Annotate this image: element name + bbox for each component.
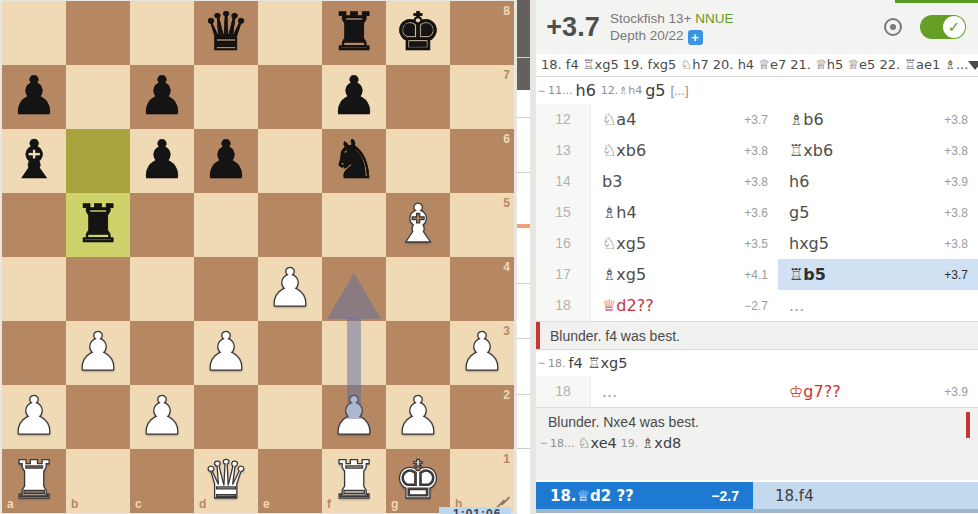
gauge-tick — [517, 283, 530, 284]
white-pawn-g2[interactable]: ♟ — [386, 385, 450, 449]
white-move-cell[interactable]: ♗h4+3.6 — [591, 197, 778, 228]
square-e8[interactable] — [258, 1, 322, 65]
square-c3[interactable] — [130, 321, 194, 385]
white-move-cell[interactable]: ♗xg5+4.1 — [591, 259, 778, 290]
variation-line-1[interactable]: − 18. f4 ♖xg5 — [536, 350, 978, 376]
square-e5[interactable] — [258, 193, 322, 257]
eval-gauge — [517, 0, 530, 514]
blunder-comment-text: Blunder. Nxe4 was best. — [536, 408, 978, 430]
square-h4[interactable] — [450, 257, 514, 321]
blunder-marker-bar-right — [966, 412, 970, 438]
square-a5[interactable] — [2, 193, 66, 257]
gauge-tick — [517, 448, 530, 449]
square-h2[interactable] — [450, 385, 514, 449]
gauge-tick — [517, 57, 530, 58]
gauge-tick — [517, 338, 530, 339]
move-number: 18 — [536, 376, 591, 407]
black-move-cell-blunder[interactable]: ♔g7??+3.9 — [778, 376, 978, 407]
solve-bar: 18.♕d2 ?? −2.7 18.f4 — [536, 482, 978, 513]
summary-move[interactable]: h6 — [576, 81, 596, 100]
square-e7[interactable] — [258, 65, 322, 129]
square-f4[interactable] — [322, 257, 386, 321]
white-pawn-b3[interactable]: ♟ — [66, 321, 130, 385]
summary-move-prefix: 11... — [548, 84, 573, 97]
white-queen-d1[interactable]: ♛ — [194, 449, 258, 513]
square-c5[interactable] — [130, 193, 194, 257]
engine-info: Stockfish 13+ NNUE Depth 20/22+ — [610, 10, 733, 45]
move-number: 14 — [536, 166, 591, 197]
toggle-knob-check-icon: ✓ — [943, 16, 965, 38]
white-pawn-c2[interactable]: ♟ — [130, 385, 194, 449]
square-h7[interactable] — [450, 65, 514, 129]
white-pawn-e4[interactable]: ♟ — [258, 257, 322, 321]
black-pawn-f7[interactable]: ♟ — [322, 65, 386, 129]
collapse-marker: − — [538, 356, 545, 370]
engine-toggle[interactable]: ✓ — [920, 15, 966, 39]
square-a8[interactable] — [2, 1, 66, 65]
black-pawn-c7[interactable]: ♟ — [130, 65, 194, 129]
variation-line-2[interactable]: − 18... ♘xe4 19. ♗xd8 — [536, 430, 978, 456]
black-move-cell[interactable]: ♗b6+3.8 — [778, 104, 978, 135]
white-bishop-g5[interactable]: ♝ — [386, 193, 450, 257]
summary-move-prefix: 12.♗h4 — [601, 84, 642, 97]
square-d7[interactable] — [194, 65, 258, 129]
black-bishop-a6[interactable]: ♝ — [2, 129, 66, 193]
square-b6[interactable] — [66, 129, 130, 193]
square-g3[interactable] — [386, 321, 450, 385]
square-b2[interactable] — [66, 385, 130, 449]
black-king-g8[interactable]: ♚ — [386, 1, 450, 65]
engine-name: Stockfish 13+ — [610, 11, 691, 26]
nnue-label: NNUE — [695, 11, 733, 26]
black-move-cell[interactable]: g5+3.8 — [778, 197, 978, 228]
white-move-cell-blunder[interactable]: ♕d2??−2.7 — [591, 290, 778, 321]
square-a3[interactable] — [2, 321, 66, 385]
square-b4[interactable] — [66, 257, 130, 321]
white-move-cell[interactable]: ♘xg5+3.5 — [591, 228, 778, 259]
add-line-button[interactable]: + — [688, 30, 703, 45]
square-h5[interactable] — [450, 193, 514, 257]
move-row-18-black: 18 ... ♔g7??+3.9 — [536, 376, 978, 407]
white-pawn-h3[interactable]: ♟ — [450, 321, 514, 385]
square-c4[interactable] — [130, 257, 194, 321]
square-e6[interactable] — [258, 129, 322, 193]
engine-progress-bar — [895, 0, 978, 3]
black-move-cell[interactable]: hxg5+3.8 — [778, 228, 978, 259]
square-e1[interactable] — [258, 449, 322, 513]
black-knight-f6[interactable]: ♞ — [322, 129, 386, 193]
expand-caret-icon[interactable] — [968, 61, 978, 70]
analysis-panel: +3.7 Stockfish 13+ NNUE Depth 20/22+ ✓ 1… — [536, 0, 978, 514]
black-move-cell[interactable]: ... — [778, 290, 978, 321]
blunder-comment-black: Blunder. Nxe4 was best. − 18... ♘xe4 19.… — [536, 407, 978, 480]
square-f3[interactable] — [322, 321, 386, 385]
square-g7[interactable] — [386, 65, 450, 129]
square-g6[interactable] — [386, 129, 450, 193]
engine-best-line[interactable]: 18. f4 ♖xg5 19. fxg5 ♘h7 20. h4 ♕e7 21. … — [536, 54, 978, 77]
square-b7[interactable] — [66, 65, 130, 129]
white-move-cell[interactable]: ... — [591, 376, 778, 407]
eval-gauge-black-section — [517, 0, 530, 90]
square-h6[interactable] — [450, 129, 514, 193]
eval-score: +3.7 — [536, 12, 610, 42]
move-row-16: 16 ♘xg5+3.5 hxg5+3.8 — [536, 228, 978, 259]
move-number: 12 — [536, 104, 591, 135]
square-b8[interactable] — [66, 1, 130, 65]
gauge-zero-tick — [517, 224, 530, 228]
gauge-tick — [517, 394, 530, 395]
move-row-15: 15 ♗h4+3.6 g5+3.8 — [536, 197, 978, 228]
practice-target-icon[interactable] — [884, 18, 902, 36]
summary-move[interactable]: g5 — [645, 81, 665, 100]
black-queen-d8[interactable]: ♛ — [194, 1, 258, 65]
played-move-button[interactable]: 18.♕d2 ?? −2.7 — [536, 482, 753, 509]
black-pawn-c6[interactable]: ♟ — [130, 129, 194, 193]
square-d5[interactable] — [194, 193, 258, 257]
move-number: 15 — [536, 197, 591, 228]
black-pawn-d6[interactable]: ♟ — [194, 129, 258, 193]
square-a4[interactable] — [2, 257, 66, 321]
move-number: 13 — [536, 135, 591, 166]
black-pawn-a7[interactable]: ♟ — [2, 65, 66, 129]
white-rook-a1[interactable]: ♜ — [2, 449, 66, 513]
square-d4[interactable] — [194, 257, 258, 321]
blunder-marker-bar — [536, 322, 540, 349]
engine-line-text: 18. f4 ♖xg5 19. fxg5 ♘h7 20. h4 ♕e7 21. … — [541, 54, 968, 76]
move-row-18: 18 ♕d2??−2.7 ... — [536, 290, 978, 321]
white-rook-f1[interactable]: ♜ — [322, 449, 386, 513]
square-g4[interactable] — [386, 257, 450, 321]
move-row-12: 12 ♘a4+3.7 ♗b6+3.8 — [536, 104, 978, 135]
collapse-marker: − — [538, 84, 545, 98]
move-number: 18 — [536, 290, 591, 321]
move-row-17: 17 ♗xg5+4.1 ♖b5+3.7 — [536, 259, 978, 290]
gauge-tick — [517, 117, 530, 118]
square-e2[interactable] — [258, 385, 322, 449]
white-move-cell[interactable]: ♘a4+3.7 — [591, 104, 778, 135]
square-b1[interactable] — [66, 449, 130, 513]
white-move-cell[interactable]: b3+3.8 — [591, 166, 778, 197]
white-pawn-d3[interactable]: ♟ — [194, 321, 258, 385]
blunder-comment-white: Blunder. f4 was best. — [536, 321, 978, 350]
chess-board[interactable]: 87654321abcdefgh♛♜♚♟♟♟♝♟♟♞♜♝♟♟♟♟♟♟♟♟♜♛♜♚ — [2, 1, 514, 513]
square-d2[interactable] — [194, 385, 258, 449]
player-clock-clipped: 1:01:06 — [439, 507, 511, 514]
move-row-14: 14 b3+3.8 h6+3.9 — [536, 166, 978, 197]
white-pawn-f2[interactable]: ♟ — [322, 385, 386, 449]
square-f5[interactable] — [322, 193, 386, 257]
black-move-cell[interactable]: ♖xb6+3.8 — [778, 135, 978, 166]
black-rook-b5[interactable]: ♜ — [66, 193, 130, 257]
summary-ellipsis[interactable]: [...] — [671, 83, 689, 98]
collapsed-moves-row[interactable]: − 11... h6 12.♗h4 g5 [...] — [536, 77, 978, 104]
collapse-marker: − — [540, 436, 547, 450]
best-move-button[interactable]: 18.f4 — [753, 482, 978, 509]
engine-header: +3.7 Stockfish 13+ NNUE Depth 20/22+ ✓ — [536, 0, 978, 54]
move-row-13: 13 ♘xb6+3.8 ♖xb6+3.8 — [536, 135, 978, 166]
black-move-cell-selected[interactable]: ♖b5+3.7 — [778, 259, 978, 290]
square-c1[interactable] — [130, 449, 194, 513]
square-h8[interactable] — [450, 1, 514, 65]
white-king-g1[interactable]: ♚ — [386, 449, 450, 513]
gauge-tick — [517, 172, 530, 173]
move-number: 17 — [536, 259, 591, 290]
black-rook-f8[interactable]: ♜ — [322, 1, 386, 65]
move-number: 16 — [536, 228, 591, 259]
black-move-cell[interactable]: h6+3.9 — [778, 166, 978, 197]
depth-label: Depth 20/22 — [610, 28, 684, 43]
square-c8[interactable] — [130, 1, 194, 65]
square-e3[interactable] — [258, 321, 322, 385]
white-pawn-a2[interactable]: ♟ — [2, 385, 66, 449]
white-move-cell[interactable]: ♘xb6+3.8 — [591, 135, 778, 166]
